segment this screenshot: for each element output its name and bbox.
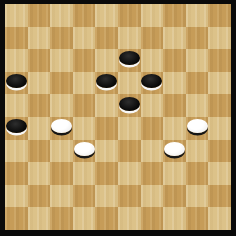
dark-square-29-r5c6[interactable]	[141, 117, 164, 140]
dark-square-33-r6c5[interactable]	[118, 140, 141, 163]
dark-square-36-r7c0[interactable]	[5, 162, 28, 185]
dark-square-10-r1c8[interactable]	[186, 27, 209, 50]
light-square-r0c2	[50, 4, 73, 27]
light-square-r4c8	[186, 94, 209, 117]
light-square-r2c0	[5, 49, 28, 72]
dark-square-7-r1c2[interactable]	[50, 27, 73, 50]
light-square-r9c9	[208, 207, 231, 230]
black-man-piece[interactable]	[6, 74, 27, 88]
white-man-piece[interactable]	[51, 119, 72, 133]
dark-square-24-r4c7[interactable]	[163, 94, 186, 117]
light-square-r7c9	[208, 162, 231, 185]
dark-square-23-r4c5[interactable]	[118, 94, 141, 117]
dark-square-47-r9c2[interactable]	[50, 207, 73, 230]
dark-square-3-r0c5[interactable]	[118, 4, 141, 27]
light-square-r8c0	[5, 185, 28, 208]
light-square-r6c4	[95, 140, 118, 163]
light-square-r9c7	[163, 207, 186, 230]
dark-square-18-r3c4[interactable]	[95, 72, 118, 95]
black-man-piece[interactable]	[119, 97, 140, 111]
dark-square-27-r5c2[interactable]	[50, 117, 73, 140]
dark-square-11-r2c1[interactable]	[28, 49, 51, 72]
light-square-r6c2	[50, 140, 73, 163]
light-square-r1c5	[118, 27, 141, 50]
light-square-r0c6	[141, 4, 164, 27]
draughts-board	[5, 4, 231, 230]
black-man-piece[interactable]	[96, 74, 117, 88]
black-man-piece[interactable]	[6, 119, 27, 133]
dark-square-16-r3c0[interactable]	[5, 72, 28, 95]
light-square-r7c7	[163, 162, 186, 185]
dark-square-46-r9c0[interactable]	[5, 207, 28, 230]
light-square-r7c1	[28, 162, 51, 185]
dark-square-39-r7c6[interactable]	[141, 162, 164, 185]
dark-square-37-r7c2[interactable]	[50, 162, 73, 185]
dark-square-30-r5c8[interactable]	[186, 117, 209, 140]
light-square-r3c3	[73, 72, 96, 95]
dark-square-12-r2c3[interactable]	[73, 49, 96, 72]
light-square-r1c7	[163, 27, 186, 50]
light-square-r8c6	[141, 185, 164, 208]
dark-square-15-r2c9[interactable]	[208, 49, 231, 72]
black-man-piece[interactable]	[141, 74, 162, 88]
dark-square-8-r1c4[interactable]	[95, 27, 118, 50]
dark-square-35-r6c9[interactable]	[208, 140, 231, 163]
light-square-r5c9	[208, 117, 231, 140]
dark-square-1-r0c1[interactable]	[28, 4, 51, 27]
light-square-r5c1	[28, 117, 51, 140]
light-square-r5c3	[73, 117, 96, 140]
light-square-r6c8	[186, 140, 209, 163]
light-square-r3c5	[118, 72, 141, 95]
light-square-r0c0	[5, 4, 28, 27]
dark-square-13-r2c5[interactable]	[118, 49, 141, 72]
light-square-r2c2	[50, 49, 73, 72]
dark-square-44-r8c7[interactable]	[163, 185, 186, 208]
dark-square-6-r1c0[interactable]	[5, 27, 28, 50]
dark-square-25-r4c9[interactable]	[208, 94, 231, 117]
light-square-r7c5	[118, 162, 141, 185]
light-square-r9c1	[28, 207, 51, 230]
light-square-r4c0	[5, 94, 28, 117]
dark-square-43-r8c5[interactable]	[118, 185, 141, 208]
light-square-r0c8	[186, 4, 209, 27]
dark-square-41-r8c1[interactable]	[28, 185, 51, 208]
light-square-r3c9	[208, 72, 231, 95]
dark-square-5-r0c9[interactable]	[208, 4, 231, 27]
dark-square-49-r9c6[interactable]	[141, 207, 164, 230]
dark-square-14-r2c7[interactable]	[163, 49, 186, 72]
dark-square-50-r9c8[interactable]	[186, 207, 209, 230]
dark-square-19-r3c6[interactable]	[141, 72, 164, 95]
light-square-r4c2	[50, 94, 73, 117]
dark-square-20-r3c8[interactable]	[186, 72, 209, 95]
dark-square-40-r7c8[interactable]	[186, 162, 209, 185]
light-square-r2c6	[141, 49, 164, 72]
light-square-r1c3	[73, 27, 96, 50]
white-man-piece[interactable]	[74, 142, 95, 156]
dark-square-17-r3c2[interactable]	[50, 72, 73, 95]
dark-square-34-r6c7[interactable]	[163, 140, 186, 163]
dark-square-9-r1c6[interactable]	[141, 27, 164, 50]
light-square-r1c1	[28, 27, 51, 50]
light-square-r2c8	[186, 49, 209, 72]
white-man-piece[interactable]	[187, 119, 208, 133]
dark-square-42-r8c3[interactable]	[73, 185, 96, 208]
light-square-r1c9	[208, 27, 231, 50]
dark-square-4-r0c7[interactable]	[163, 4, 186, 27]
light-square-r3c1	[28, 72, 51, 95]
dark-square-2-r0c3[interactable]	[73, 4, 96, 27]
black-man-piece[interactable]	[119, 51, 140, 65]
light-square-r9c3	[73, 207, 96, 230]
white-man-piece[interactable]	[164, 142, 185, 156]
light-square-r6c6	[141, 140, 164, 163]
light-square-r8c4	[95, 185, 118, 208]
light-square-r2c4	[95, 49, 118, 72]
dark-square-48-r9c4[interactable]	[95, 207, 118, 230]
light-square-r3c7	[163, 72, 186, 95]
light-square-r4c6	[141, 94, 164, 117]
dark-square-31-r6c1[interactable]	[28, 140, 51, 163]
dark-square-22-r4c3[interactable]	[73, 94, 96, 117]
light-square-r8c2	[50, 185, 73, 208]
light-square-r6c0	[5, 140, 28, 163]
dark-square-32-r6c3[interactable]	[73, 140, 96, 163]
board-frame	[0, 0, 236, 236]
dark-square-28-r5c4[interactable]	[95, 117, 118, 140]
light-square-r4c4	[95, 94, 118, 117]
light-square-r9c5	[118, 207, 141, 230]
light-square-r0c4	[95, 4, 118, 27]
light-square-r7c3	[73, 162, 96, 185]
dark-square-26-r5c0[interactable]	[5, 117, 28, 140]
dark-square-38-r7c4[interactable]	[95, 162, 118, 185]
dark-square-45-r8c9[interactable]	[208, 185, 231, 208]
light-square-r8c8	[186, 185, 209, 208]
dark-square-21-r4c1[interactable]	[28, 94, 51, 117]
light-square-r5c5	[118, 117, 141, 140]
light-square-r5c7	[163, 117, 186, 140]
